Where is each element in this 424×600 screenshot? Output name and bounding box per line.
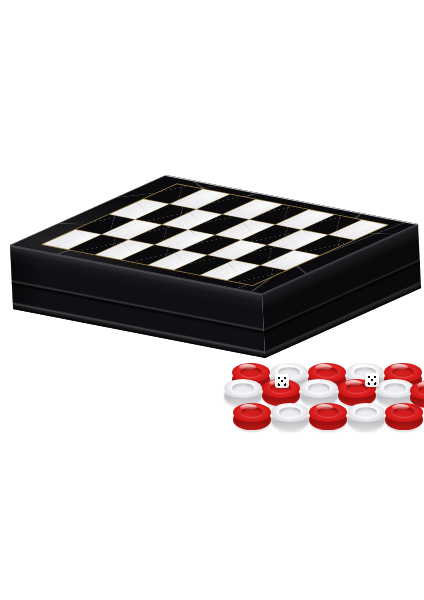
checker-shine [316, 404, 333, 410]
die [275, 374, 289, 388]
checker-shine [277, 364, 294, 370]
checker-shine [240, 404, 257, 410]
checker-red [410, 381, 424, 408]
checker-shine [278, 404, 295, 410]
checker-white [271, 403, 309, 430]
checker-shine [231, 380, 248, 386]
checker-shine [315, 364, 332, 370]
checker-white [300, 379, 338, 406]
checker-red [309, 403, 347, 430]
checker-shine [392, 404, 409, 410]
checker-shine [353, 364, 370, 370]
checker-shine [345, 380, 362, 386]
product-photo [0, 0, 424, 600]
backgammon-case [0, 0, 424, 600]
checker-white [347, 403, 385, 430]
checker-shine [383, 380, 400, 386]
checker-shine [391, 364, 408, 370]
checker-white [224, 379, 262, 406]
die-pips [365, 373, 379, 387]
checker-shine [307, 380, 324, 386]
checker-shine [239, 364, 256, 370]
checker-red [233, 403, 271, 430]
die [365, 373, 379, 387]
checker-shine [354, 404, 371, 410]
die-pips [275, 374, 289, 388]
checker-white [376, 379, 414, 406]
